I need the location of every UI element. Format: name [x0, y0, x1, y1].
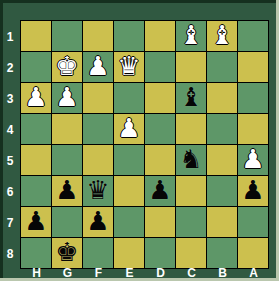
square-b4[interactable] [207, 114, 237, 144]
square-f4[interactable] [83, 114, 113, 144]
square-h2[interactable] [21, 52, 51, 82]
piece-black-knight[interactable]: ♞ [176, 145, 206, 175]
square-d6[interactable]: ♟ [145, 176, 175, 206]
rank-label-1: 1 [0, 21, 20, 52]
square-a7[interactable] [238, 207, 268, 237]
square-a8[interactable] [238, 238, 268, 268]
square-c3[interactable]: ♝ [176, 83, 206, 113]
square-b7[interactable] [207, 207, 237, 237]
file-label-e: E [114, 268, 145, 279]
piece-black-pawn[interactable]: ♟ [145, 176, 175, 206]
square-f2[interactable]: ♟ [83, 52, 113, 82]
square-a1[interactable] [238, 21, 268, 51]
square-c5[interactable]: ♞ [176, 145, 206, 175]
piece-black-pawn[interactable]: ♟ [83, 207, 113, 237]
square-d8[interactable] [145, 238, 175, 268]
square-g4[interactable] [52, 114, 82, 144]
file-label-c: C [176, 268, 207, 279]
square-b2[interactable] [207, 52, 237, 82]
piece-black-pawn[interactable]: ♟ [52, 176, 82, 206]
square-h4[interactable] [21, 114, 51, 144]
piece-white-pawn[interactable]: ♟ [52, 83, 82, 113]
square-c2[interactable] [176, 52, 206, 82]
square-c8[interactable] [176, 238, 206, 268]
piece-white-pawn[interactable]: ♟ [83, 52, 113, 82]
square-c4[interactable] [176, 114, 206, 144]
piece-black-pawn[interactable]: ♟ [21, 207, 51, 237]
rank-label-8: 8 [0, 238, 20, 269]
square-d3[interactable] [145, 83, 175, 113]
square-f5[interactable] [83, 145, 113, 175]
rank-labels: 12345678 [0, 21, 20, 269]
file-labels: HGFEDCBA [21, 268, 269, 279]
square-a2[interactable] [238, 52, 268, 82]
square-e1[interactable] [114, 21, 144, 51]
square-d4[interactable] [145, 114, 175, 144]
square-e5[interactable] [114, 145, 144, 175]
rank-label-3: 3 [0, 83, 20, 114]
square-h8[interactable] [21, 238, 51, 268]
rank-label-6: 6 [0, 176, 20, 207]
file-label-f: F [83, 268, 114, 279]
piece-white-queen[interactable]: ♛ [114, 52, 144, 82]
piece-black-bishop[interactable]: ♝ [176, 83, 206, 113]
square-h3[interactable]: ♟ [21, 83, 51, 113]
square-g3[interactable]: ♟ [52, 83, 82, 113]
square-b6[interactable] [207, 176, 237, 206]
square-e8[interactable] [114, 238, 144, 268]
square-e4[interactable]: ♟ [114, 114, 144, 144]
square-g1[interactable] [52, 21, 82, 51]
chess-board: ♝♝♚♟♛♟♟♝♟♞♟♟♛♟♟♟♟♚ [20, 20, 269, 269]
square-g5[interactable] [52, 145, 82, 175]
square-f1[interactable] [83, 21, 113, 51]
file-label-g: G [52, 268, 83, 279]
square-b3[interactable] [207, 83, 237, 113]
piece-white-pawn[interactable]: ♟ [114, 114, 144, 144]
square-c7[interactable] [176, 207, 206, 237]
square-a6[interactable]: ♟ [238, 176, 268, 206]
piece-white-bishop[interactable]: ♝ [176, 21, 206, 51]
square-c6[interactable] [176, 176, 206, 206]
file-label-d: D [145, 268, 176, 279]
rank-label-2: 2 [0, 52, 20, 83]
square-e7[interactable] [114, 207, 144, 237]
square-g8[interactable]: ♚ [52, 238, 82, 268]
file-label-b: B [207, 268, 238, 279]
square-b8[interactable] [207, 238, 237, 268]
square-h1[interactable] [21, 21, 51, 51]
square-f7[interactable]: ♟ [83, 207, 113, 237]
square-g2[interactable]: ♚ [52, 52, 82, 82]
square-a5[interactable]: ♟ [238, 145, 268, 175]
square-f3[interactable] [83, 83, 113, 113]
square-e2[interactable]: ♛ [114, 52, 144, 82]
square-c1[interactable]: ♝ [176, 21, 206, 51]
rank-label-4: 4 [0, 114, 20, 145]
square-g7[interactable] [52, 207, 82, 237]
square-h5[interactable] [21, 145, 51, 175]
square-h7[interactable]: ♟ [21, 207, 51, 237]
square-b1[interactable]: ♝ [207, 21, 237, 51]
piece-white-bishop[interactable]: ♝ [207, 21, 237, 51]
file-label-a: A [238, 268, 269, 279]
square-h6[interactable] [21, 176, 51, 206]
piece-black-king[interactable]: ♚ [52, 238, 82, 268]
square-e3[interactable] [114, 83, 144, 113]
square-d2[interactable] [145, 52, 175, 82]
square-f6[interactable]: ♛ [83, 176, 113, 206]
chess-board-window: 12345678 ♝♝♚♟♛♟♟♝♟♞♟♟♛♟♟♟♟♚ HGFEDCBA [0, 0, 279, 281]
piece-white-pawn[interactable]: ♟ [238, 145, 268, 175]
piece-black-queen[interactable]: ♛ [83, 176, 113, 206]
square-a3[interactable] [238, 83, 268, 113]
square-a4[interactable] [238, 114, 268, 144]
square-d7[interactable] [145, 207, 175, 237]
file-label-h: H [21, 268, 52, 279]
piece-black-pawn[interactable]: ♟ [238, 176, 268, 206]
square-g6[interactable]: ♟ [52, 176, 82, 206]
square-d5[interactable] [145, 145, 175, 175]
piece-white-king[interactable]: ♚ [52, 52, 82, 82]
square-e6[interactable] [114, 176, 144, 206]
square-d1[interactable] [145, 21, 175, 51]
piece-white-pawn[interactable]: ♟ [21, 83, 51, 113]
rank-label-5: 5 [0, 145, 20, 176]
square-f8[interactable] [83, 238, 113, 268]
rank-label-7: 7 [0, 207, 20, 238]
square-b5[interactable] [207, 145, 237, 175]
